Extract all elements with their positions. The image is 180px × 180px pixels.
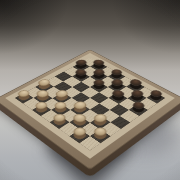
- board-cell[interactable]: [109, 92, 128, 103]
- light-checker-piece[interactable]: [51, 117, 68, 128]
- board-cell[interactable]: [129, 104, 148, 116]
- scene-background: [0, 0, 180, 180]
- dark-checker-piece[interactable]: [110, 93, 126, 103]
- light-checker-piece[interactable]: [16, 93, 32, 103]
- dark-checker-piece[interactable]: [74, 72, 89, 81]
